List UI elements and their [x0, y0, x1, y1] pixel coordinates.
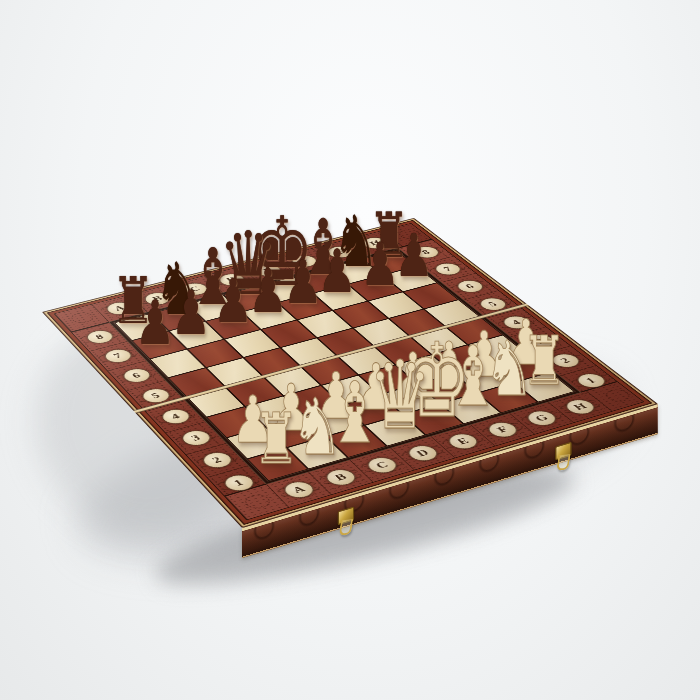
rank-label-2-left: 2 [198, 450, 236, 471]
black-pawn[interactable]: ♟ [283, 252, 323, 312]
rank-label-3-left: 3 [177, 428, 215, 448]
rank-label-4-left: 4 [157, 407, 194, 427]
rank-label-1-right: 1 [572, 371, 610, 390]
black-pawn[interactable]: ♟ [170, 282, 210, 343]
black-pawn[interactable]: ♟ [361, 235, 400, 295]
rank-label-6-left: 6 [119, 366, 155, 384]
black-pawn[interactable]: ♟ [248, 261, 288, 321]
rank-label-7-right: 7 [430, 261, 465, 277]
brass-clasp-icon[interactable] [555, 442, 571, 461]
white-knight[interactable]: ♞ [291, 388, 343, 466]
white-rook[interactable]: ♜ [252, 404, 298, 474]
rank-label-6-right: 6 [452, 278, 487, 294]
black-pawn[interactable]: ♟ [213, 271, 253, 332]
file-label-h-bottom: H [561, 397, 600, 417]
black-pawn[interactable]: ♟ [134, 292, 175, 353]
file-label-a-bottom: A [279, 479, 319, 501]
brass-clasp-icon[interactable] [338, 507, 354, 526]
rank-label-7-left: 7 [100, 347, 135, 365]
photo-stage: ABCDEFGHABCDEFGH8765432187654321 ♜♞♝♛♚♝♞… [0, 0, 700, 700]
